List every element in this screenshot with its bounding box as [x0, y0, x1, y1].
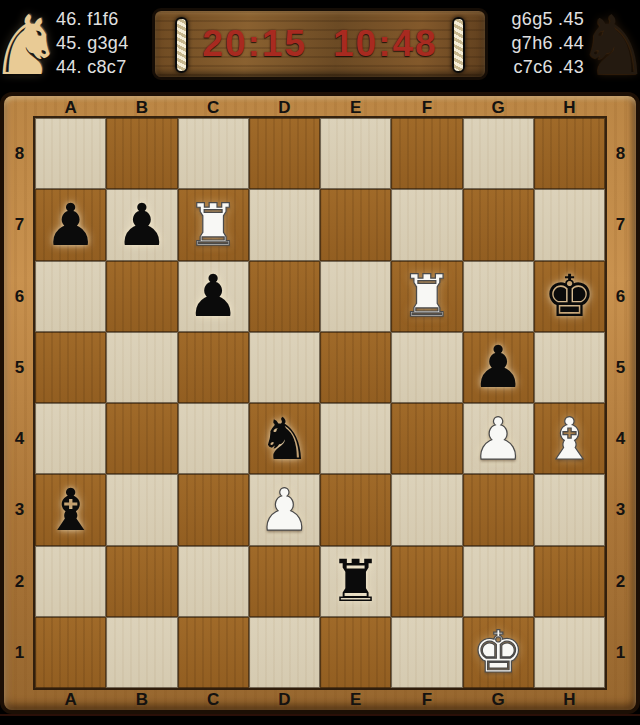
square-b5[interactable]: [106, 332, 177, 403]
square-d6[interactable]: [249, 261, 320, 332]
white-rook[interactable]: ♜: [401, 267, 453, 325]
frame-corner: [4, 688, 35, 710]
square-a1[interactable]: [35, 617, 106, 688]
square-g1[interactable]: ♚: [463, 617, 534, 688]
black-move-line: g7h6 .44: [512, 31, 584, 55]
coord-label: E: [350, 691, 361, 708]
file-labels-top: ABCDEFGH: [35, 96, 605, 118]
rope-left-icon: [175, 17, 188, 73]
square-e4[interactable]: [320, 403, 391, 474]
black-clock-time: 10:48: [333, 23, 438, 65]
square-d3[interactable]: ♟: [249, 474, 320, 545]
square-a4[interactable]: [35, 403, 106, 474]
square-a6[interactable]: [35, 261, 106, 332]
coord-label: G: [492, 691, 505, 708]
square-c3[interactable]: [178, 474, 249, 545]
square-f6[interactable]: ♜: [391, 261, 462, 332]
coord-label: 1: [616, 644, 625, 661]
square-c1[interactable]: [178, 617, 249, 688]
coord-label: E: [350, 99, 361, 116]
coord-label: 2: [15, 573, 24, 590]
coord-label: 3: [15, 501, 24, 518]
square-f8[interactable]: [391, 118, 462, 189]
coord-label: 3: [616, 501, 625, 518]
coord-label: 6: [616, 288, 625, 305]
square-f4[interactable]: [391, 403, 462, 474]
coord-label: 8: [616, 145, 625, 162]
white-pawn[interactable]: ♟: [472, 410, 524, 468]
white-clock-time: 20:15: [202, 23, 307, 65]
black-move-line: c7c6 .43: [512, 55, 584, 79]
square-h6[interactable]: ♚: [534, 261, 605, 332]
square-b3[interactable]: [106, 474, 177, 545]
square-b7[interactable]: ♟: [106, 189, 177, 260]
square-a8[interactable]: [35, 118, 106, 189]
coord-label: 5: [616, 359, 625, 376]
black-bishop[interactable]: ♝: [45, 481, 97, 539]
square-c4[interactable]: [178, 403, 249, 474]
coord-label: C: [207, 691, 219, 708]
coord-label: 4: [15, 430, 24, 447]
coord-label: 6: [15, 288, 24, 305]
coord-label: 7: [616, 216, 625, 233]
coord-label: H: [563, 691, 575, 708]
square-e6[interactable]: [320, 261, 391, 332]
coord-label: A: [64, 691, 76, 708]
rank-labels-left: 87654321: [4, 118, 35, 688]
coord-label: F: [422, 691, 432, 708]
coord-label: D: [278, 99, 290, 116]
square-d8[interactable]: [249, 118, 320, 189]
square-g5[interactable]: ♟: [463, 332, 534, 403]
black-knight[interactable]: ♞: [258, 410, 310, 468]
frame-corner: [605, 688, 636, 710]
bottom-bar: [0, 714, 640, 725]
square-e2[interactable]: ♜: [320, 546, 391, 617]
white-king[interactable]: ♚: [472, 623, 524, 681]
square-e8[interactable]: [320, 118, 391, 189]
square-a7[interactable]: ♟: [35, 189, 106, 260]
game-clock: 20:15 10:48: [202, 23, 437, 65]
coord-label: 1: [15, 644, 24, 661]
black-move-list: g6g5 .45 g7h6 .44 c7c6 .43: [512, 7, 584, 79]
square-e5[interactable]: [320, 332, 391, 403]
black-king[interactable]: ♚: [543, 267, 595, 325]
white-move-line: 46. f1f6: [56, 7, 128, 31]
square-g8[interactable]: [463, 118, 534, 189]
square-e7[interactable]: [320, 189, 391, 260]
coord-label: B: [136, 691, 148, 708]
white-move-line: 44. c8c7: [56, 55, 128, 79]
board-frame: ABCDEFGH 87654321 ♟♟♜♟♜♚♟♞♟♝♝♟♜♚ 8765432…: [0, 92, 640, 714]
square-d4[interactable]: ♞: [249, 403, 320, 474]
square-h2[interactable]: [534, 546, 605, 617]
black-knight-icon: ♞: [588, 0, 640, 92]
white-move-line: 45. g3g4: [56, 31, 128, 55]
frame-corner: [605, 96, 636, 118]
coord-label: C: [207, 99, 219, 116]
square-h5[interactable]: [534, 332, 605, 403]
square-b6[interactable]: [106, 261, 177, 332]
white-rook[interactable]: ♜: [187, 196, 239, 254]
square-c8[interactable]: [178, 118, 249, 189]
file-labels-bottom: ABCDEFGH: [35, 688, 605, 710]
square-g6[interactable]: [463, 261, 534, 332]
square-b4[interactable]: [106, 403, 177, 474]
square-f5[interactable]: [391, 332, 462, 403]
white-pawn[interactable]: ♟: [258, 481, 310, 539]
chess-board: ♟♟♜♟♜♚♟♞♟♝♝♟♜♚: [35, 118, 605, 688]
square-c5[interactable]: [178, 332, 249, 403]
clock-plaque-area: 20:15 10:48: [128, 0, 511, 80]
coord-label: 4: [616, 430, 625, 447]
coord-label: B: [136, 99, 148, 116]
square-f1[interactable]: [391, 617, 462, 688]
square-d7[interactable]: [249, 189, 320, 260]
square-b1[interactable]: [106, 617, 177, 688]
black-pawn[interactable]: ♟: [45, 196, 97, 254]
square-h8[interactable]: [534, 118, 605, 189]
black-pawn[interactable]: ♟: [187, 267, 239, 325]
black-rook[interactable]: ♜: [330, 552, 382, 610]
coord-label: 7: [15, 216, 24, 233]
square-g4[interactable]: ♟: [463, 403, 534, 474]
coord-label: 5: [15, 359, 24, 376]
square-a5[interactable]: [35, 332, 106, 403]
square-h7[interactable]: [534, 189, 605, 260]
square-a3[interactable]: ♝: [35, 474, 106, 545]
square-h1[interactable]: [534, 617, 605, 688]
coord-label: H: [563, 99, 575, 116]
square-b2[interactable]: [106, 546, 177, 617]
square-d2[interactable]: [249, 546, 320, 617]
square-e1[interactable]: [320, 617, 391, 688]
square-a2[interactable]: [35, 546, 106, 617]
square-c2[interactable]: [178, 546, 249, 617]
square-d1[interactable]: [249, 617, 320, 688]
coord-label: 8: [15, 145, 24, 162]
clock-plaque: 20:15 10:48: [152, 8, 488, 80]
rope-right-icon: [452, 17, 465, 73]
black-move-line: g6g5 .45: [512, 7, 584, 31]
square-f7[interactable]: [391, 189, 462, 260]
white-knight-icon: ♞: [0, 0, 52, 92]
frame-corner: [4, 96, 35, 118]
white-move-list: 46. f1f6 45. g3g4 44. c8c7: [56, 7, 128, 79]
black-pawn[interactable]: ♟: [472, 338, 524, 396]
square-g7[interactable]: [463, 189, 534, 260]
square-d5[interactable]: [249, 332, 320, 403]
coord-label: G: [492, 99, 505, 116]
square-h4[interactable]: ♝: [534, 403, 605, 474]
square-g2[interactable]: [463, 546, 534, 617]
coord-label: A: [64, 99, 76, 116]
square-c6[interactable]: ♟: [178, 261, 249, 332]
square-h3[interactable]: [534, 474, 605, 545]
coord-label: D: [278, 691, 290, 708]
square-g3[interactable]: [463, 474, 534, 545]
coord-label: 2: [616, 573, 625, 590]
top-header: ♞ 46. f1f6 45. g3g4 44. c8c7 20:15 10:48…: [0, 0, 640, 92]
square-e3[interactable]: [320, 474, 391, 545]
white-bishop[interactable]: ♝: [543, 410, 595, 468]
square-f3[interactable]: [391, 474, 462, 545]
square-b8[interactable]: [106, 118, 177, 189]
black-pawn[interactable]: ♟: [116, 196, 168, 254]
rank-labels-right: 87654321: [605, 118, 636, 688]
square-f2[interactable]: [391, 546, 462, 617]
coord-label: F: [422, 99, 432, 116]
square-c7[interactable]: ♜: [178, 189, 249, 260]
